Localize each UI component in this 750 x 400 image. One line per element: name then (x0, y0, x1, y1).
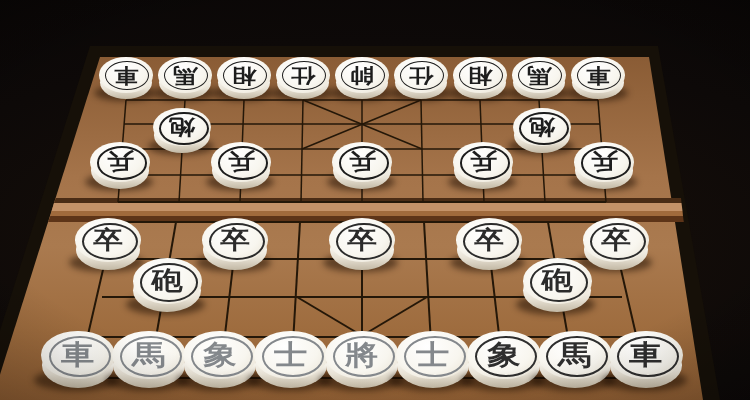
piece-black-車-i9[interactable]: 車 (609, 331, 683, 390)
piece-character: 卒 (347, 228, 377, 252)
piece-red-兵-c3[interactable]: 兵 (211, 142, 271, 190)
piece-red-兵-i3[interactable]: 兵 (574, 142, 634, 190)
piece-character: 卒 (220, 228, 250, 252)
piece-black-卒-e6[interactable]: 卒 (329, 218, 395, 271)
piece-face: 將 (325, 331, 399, 380)
piece-character: 兵 (470, 151, 497, 173)
piece-face: 炮 (153, 108, 211, 146)
piece-character: 炮 (529, 116, 555, 137)
piece-face: 士 (254, 331, 328, 380)
piece-character: 兵 (228, 151, 255, 173)
piece-face: 帥 (335, 57, 389, 93)
piece-red-炮-b2[interactable]: 炮 (153, 108, 211, 154)
piece-character: 砲 (151, 268, 182, 293)
piece-face: 象 (183, 331, 257, 380)
piece-face: 馬 (512, 57, 566, 93)
piece-character: 兵 (591, 151, 618, 173)
piece-character: 將 (345, 341, 378, 368)
piece-face: 馬 (158, 57, 212, 93)
piece-character: 相 (232, 65, 256, 85)
piece-black-象-c9[interactable]: 象 (183, 331, 257, 390)
piece-character: 兵 (107, 151, 134, 173)
piece-red-仕-d0[interactable]: 仕 (276, 57, 330, 100)
piece-black-卒-i6[interactable]: 卒 (583, 218, 649, 271)
piece-character: 象 (487, 341, 520, 368)
piece-red-兵-e3[interactable]: 兵 (332, 142, 392, 190)
piece-black-士-d9[interactable]: 士 (254, 331, 328, 390)
piece-character: 卒 (601, 228, 631, 252)
piece-character: 士 (274, 341, 307, 368)
piece-face: 兵 (211, 142, 271, 182)
piece-face: 卒 (75, 218, 141, 262)
piece-face: 車 (41, 331, 115, 380)
piece-face: 象 (467, 331, 541, 380)
piece-black-馬-b9[interactable]: 馬 (112, 331, 186, 390)
piece-character: 仕 (409, 65, 433, 85)
piece-character: 馬 (132, 341, 165, 368)
piece-red-車-a0[interactable]: 車 (99, 57, 153, 100)
piece-face: 仕 (276, 57, 330, 93)
piece-character: 車 (586, 65, 610, 85)
piece-character: 馬 (173, 65, 197, 85)
piece-black-車-a9[interactable]: 車 (41, 331, 115, 390)
piece-character: 馬 (558, 341, 591, 368)
piece-face: 士 (396, 331, 470, 380)
piece-red-相-g0[interactable]: 相 (453, 57, 507, 100)
scene: 車馬相仕帥仕相馬車炮炮兵兵兵兵兵卒卒卒卒卒砲砲車馬象士將士象馬車 (0, 0, 750, 400)
piece-red-馬-h0[interactable]: 馬 (512, 57, 566, 100)
piece-black-士-f9[interactable]: 士 (396, 331, 470, 390)
piece-face: 兵 (453, 142, 513, 182)
piece-character: 炮 (169, 116, 195, 137)
piece-character: 象 (203, 341, 236, 368)
piece-face: 卒 (202, 218, 268, 262)
piece-red-兵-g3[interactable]: 兵 (453, 142, 513, 190)
piece-black-卒-g6[interactable]: 卒 (456, 218, 522, 271)
piece-face: 卒 (456, 218, 522, 262)
piece-red-帥-e0[interactable]: 帥 (335, 57, 389, 100)
piece-character: 馬 (527, 65, 551, 85)
piece-face: 砲 (133, 258, 202, 304)
piece-character: 車 (114, 65, 138, 85)
pieces-layer: 車馬相仕帥仕相馬車炮炮兵兵兵兵兵卒卒卒卒卒砲砲車馬象士將士象馬車 (0, 0, 750, 400)
piece-black-象-g9[interactable]: 象 (467, 331, 541, 390)
piece-face: 相 (217, 57, 271, 93)
piece-red-兵-a3[interactable]: 兵 (90, 142, 150, 190)
piece-face: 車 (99, 57, 153, 93)
piece-red-炮-h2[interactable]: 炮 (513, 108, 571, 154)
piece-face: 炮 (513, 108, 571, 146)
piece-character: 砲 (541, 268, 572, 293)
piece-face: 砲 (523, 258, 592, 304)
piece-black-砲-h7[interactable]: 砲 (523, 258, 592, 313)
piece-character: 仕 (291, 65, 315, 85)
piece-face: 兵 (574, 142, 634, 182)
piece-face: 仕 (394, 57, 448, 93)
piece-character: 車 (61, 341, 94, 368)
piece-red-相-c0[interactable]: 相 (217, 57, 271, 100)
piece-red-車-i0[interactable]: 車 (571, 57, 625, 100)
piece-face: 卒 (329, 218, 395, 262)
piece-black-馬-h9[interactable]: 馬 (538, 331, 612, 390)
piece-face: 車 (571, 57, 625, 93)
piece-character: 卒 (474, 228, 504, 252)
piece-character: 士 (416, 341, 449, 368)
piece-face: 卒 (583, 218, 649, 262)
piece-red-馬-b0[interactable]: 馬 (158, 57, 212, 100)
piece-face: 馬 (538, 331, 612, 380)
piece-black-將-e9[interactable]: 將 (325, 331, 399, 390)
piece-red-仕-f0[interactable]: 仕 (394, 57, 448, 100)
piece-face: 馬 (112, 331, 186, 380)
piece-character: 帥 (350, 65, 374, 85)
piece-face: 兵 (332, 142, 392, 182)
piece-character: 卒 (93, 228, 123, 252)
piece-face: 車 (609, 331, 683, 380)
piece-face: 相 (453, 57, 507, 93)
piece-character: 車 (629, 341, 662, 368)
piece-character: 相 (468, 65, 492, 85)
piece-character: 兵 (349, 151, 376, 173)
piece-black-砲-b7[interactable]: 砲 (133, 258, 202, 313)
piece-black-卒-c6[interactable]: 卒 (202, 218, 268, 271)
piece-black-卒-a6[interactable]: 卒 (75, 218, 141, 271)
piece-face: 兵 (90, 142, 150, 182)
